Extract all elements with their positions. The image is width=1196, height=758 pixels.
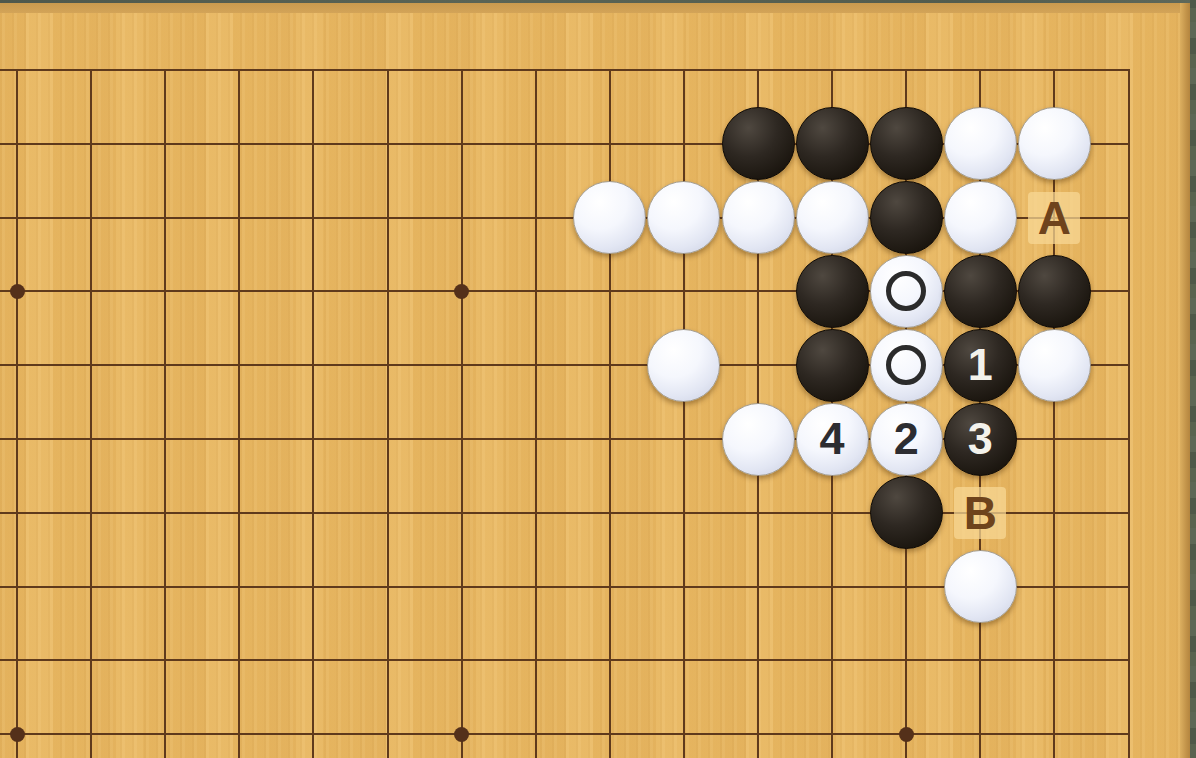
black-stone[interactable] (870, 181, 943, 254)
black-stone[interactable] (1018, 255, 1091, 328)
white-stone[interactable] (870, 329, 943, 402)
move-number-label: 4 (820, 416, 845, 461)
white-stone[interactable] (944, 181, 1017, 254)
board-grid-line-vertical (90, 70, 92, 758)
white-stone[interactable] (944, 550, 1017, 623)
go-board-diagram: AB1423 (0, 0, 1196, 758)
white-stone[interactable] (796, 181, 869, 254)
circle-marker-icon (886, 345, 926, 385)
board-point-label-a[interactable]: A (1028, 192, 1080, 244)
black-stone[interactable] (944, 255, 1017, 328)
board-point-label-b[interactable]: B (954, 487, 1006, 539)
black-stone[interactable] (796, 107, 869, 180)
white-stone[interactable] (573, 181, 646, 254)
white-stone[interactable] (1018, 329, 1091, 402)
white-stone[interactable] (1018, 107, 1091, 180)
hoshi-star-point (454, 284, 469, 299)
board-grid-line-horizontal (0, 69, 1130, 71)
black-stone[interactable] (870, 476, 943, 549)
black-stone[interactable] (796, 329, 869, 402)
white-stone[interactable]: 2 (870, 403, 943, 476)
board-grid-line-horizontal (0, 659, 1130, 661)
hoshi-star-point (10, 284, 25, 299)
table-edge-top (0, 0, 1196, 3)
circle-marker-icon (886, 271, 926, 311)
move-number-label: 1 (968, 342, 993, 387)
white-stone[interactable] (944, 107, 1017, 180)
move-number-label: 3 (968, 416, 993, 461)
board-grid-line-vertical (461, 70, 463, 758)
board-grid-line-vertical (238, 70, 240, 758)
black-stone[interactable] (722, 107, 795, 180)
move-number-label: 2 (894, 416, 919, 461)
white-stone[interactable] (722, 181, 795, 254)
white-stone[interactable] (647, 181, 720, 254)
hoshi-star-point (899, 727, 914, 742)
board-grid-line-vertical (1128, 70, 1130, 758)
white-stone[interactable] (722, 403, 795, 476)
hoshi-star-point (454, 727, 469, 742)
black-stone[interactable]: 1 (944, 329, 1017, 402)
board-grid-line-vertical (164, 70, 166, 758)
board-grid-line-vertical (683, 70, 685, 758)
board-grid-line-vertical (387, 70, 389, 758)
white-stone[interactable]: 4 (796, 403, 869, 476)
table-edge-right (1190, 0, 1196, 758)
board-top-bevel (0, 3, 1190, 13)
board-grid-line-vertical (609, 70, 611, 758)
hoshi-star-point (10, 727, 25, 742)
board-grid-line-vertical (535, 70, 537, 758)
board-grid-line-vertical (312, 70, 314, 758)
black-stone[interactable] (796, 255, 869, 328)
board-grid-line-vertical (16, 70, 18, 758)
white-stone[interactable] (647, 329, 720, 402)
black-stone[interactable] (870, 107, 943, 180)
black-stone[interactable]: 3 (944, 403, 1017, 476)
white-stone[interactable] (870, 255, 943, 328)
board-grid-line-horizontal (0, 733, 1130, 735)
